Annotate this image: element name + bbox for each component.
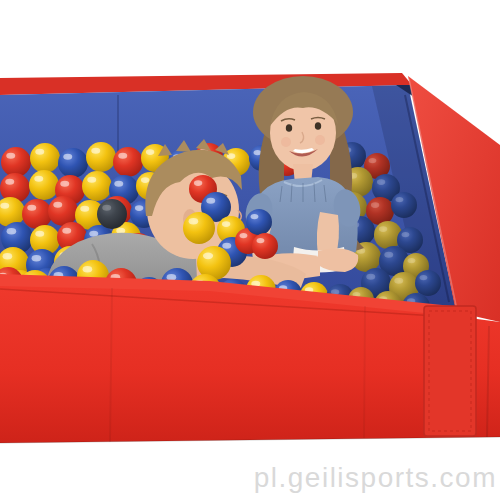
ball-highlight: [87, 177, 96, 183]
ball-highlight: [420, 275, 428, 280]
play-ball: [97, 199, 127, 229]
ball-highlight: [402, 232, 410, 237]
play-ball: [415, 270, 441, 296]
scene-photo: pl.geilisports.com: [0, 0, 500, 500]
play-ball: [86, 142, 116, 172]
ball-highlight: [60, 181, 69, 187]
play-ball: [252, 233, 278, 259]
ball-highlight: [189, 218, 199, 224]
play-ball: [82, 171, 112, 201]
watermark-text: pl.geilisports.com: [254, 462, 497, 493]
ball-highlight: [384, 252, 393, 258]
ball-highlight: [222, 243, 231, 249]
ball-highlight: [222, 221, 230, 227]
play-ball: [1, 147, 31, 177]
ball-highlight: [366, 274, 375, 280]
ball-highlight: [135, 205, 143, 211]
ball-highlight: [80, 206, 89, 212]
ball-highlight: [3, 253, 13, 259]
ball-highlight: [7, 228, 17, 234]
product-photo-ball-pit: pl.geilisports.com: [0, 0, 500, 500]
ball-highlight: [32, 255, 42, 261]
play-ball: [374, 221, 402, 249]
play-ball: [48, 196, 78, 226]
ball-highlight: [35, 149, 44, 155]
girl-eye-left: [286, 124, 292, 132]
play-ball: [29, 170, 59, 200]
ball-highlight: [240, 233, 248, 238]
corner-flap-strap: [424, 306, 476, 436]
ball-highlight: [0, 203, 9, 209]
play-ball: [30, 143, 60, 173]
ball-highlight: [377, 179, 385, 185]
ball-highlight: [118, 153, 127, 159]
ball-highlight: [167, 274, 177, 280]
girl-cheek-left: [281, 137, 291, 147]
ball-highlight: [146, 149, 154, 155]
ball-highlight: [53, 202, 62, 208]
play-ball: [183, 212, 215, 244]
ball-highlight: [141, 177, 149, 183]
ball-highlight: [203, 252, 213, 259]
play-ball: [391, 192, 417, 218]
ball-highlight: [379, 226, 387, 232]
front-wall-seam-mid: [364, 306, 365, 438]
ball-highlight: [102, 205, 111, 211]
ball-highlight: [114, 181, 123, 187]
ball-highlight: [35, 231, 44, 237]
ball-highlight: [369, 158, 377, 163]
ball-highlight: [396, 197, 404, 202]
ball-highlight: [116, 228, 125, 234]
ball-highlight: [6, 153, 15, 159]
ball-highlight: [62, 228, 71, 234]
ball-highlight: [257, 238, 265, 243]
ball-highlight: [89, 231, 98, 237]
ball-highlight: [83, 266, 93, 272]
ball-highlight: [394, 278, 403, 284]
ball-highlight: [91, 148, 100, 154]
girl-eye-right: [315, 122, 321, 130]
play-ball: [22, 199, 52, 229]
ball-highlight: [5, 179, 14, 185]
play-ball: [113, 147, 143, 177]
ball-highlight: [206, 198, 215, 204]
ball-highlight: [371, 202, 379, 208]
girl-cheek-right: [315, 135, 325, 145]
ball-highlight: [34, 176, 43, 182]
play-ball: [246, 209, 272, 235]
ball-highlight: [408, 258, 416, 263]
ball-highlight: [194, 180, 202, 186]
play-ball: [58, 148, 88, 178]
ball-highlight: [251, 214, 259, 219]
ball-highlight: [27, 205, 36, 211]
ball-highlight: [63, 154, 72, 160]
